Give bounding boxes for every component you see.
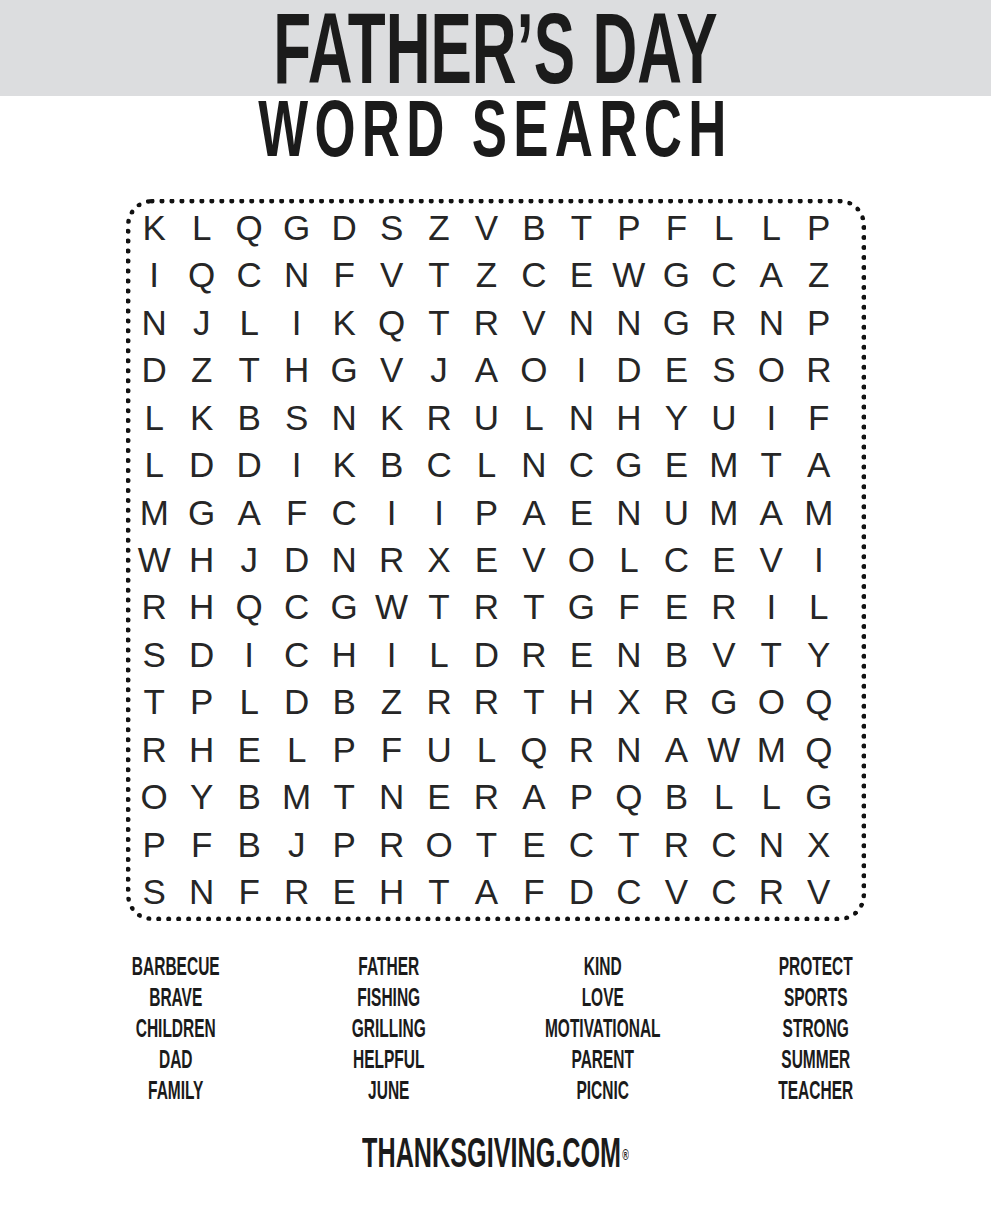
grid-cell: J [415,346,462,393]
grid-cell: D [178,441,225,488]
grid-cell: Q [510,726,557,773]
grid-cell: E [653,346,700,393]
grid-cell: A [510,774,557,821]
grid-cell: B [225,774,272,821]
grid-cell: D [225,441,272,488]
grid-cell: D [273,536,320,583]
grid-cell: V [700,631,747,678]
grid-cell: F [510,869,557,916]
grid-cell: C [415,441,462,488]
grid-cell: I [368,489,415,536]
grid-cell: Z [795,251,842,298]
grid-cell: R [131,584,178,631]
grid-cell: S [700,346,747,393]
grid-cell: V [510,536,557,583]
grid-cell: N [320,394,367,441]
grid-cell: M [795,489,842,536]
grid-cell: B [653,631,700,678]
grid-cell: T [415,869,462,916]
grid-cell: R [700,299,747,346]
grid-cell: W [700,726,747,773]
grid-cell: W [131,536,178,583]
grid-cell: O [415,821,462,868]
grid-cell: B [653,774,700,821]
grid-cell: K [131,204,178,251]
grid-cell: N [558,394,605,441]
grid-cell: I [368,631,415,678]
grid-cell: O [558,536,605,583]
grid-cell: N [178,869,225,916]
grid-cell: R [131,726,178,773]
grid-cell: O [748,346,795,393]
grid-cell: H [558,679,605,726]
grid-cell: L [131,441,178,488]
grid-cell: F [368,726,415,773]
grid-cell: M [131,489,178,536]
grid-cell: N [605,299,652,346]
word-list-item: JUNE [323,1075,455,1106]
grid-cell: D [605,346,652,393]
grid-cell: F [795,394,842,441]
grid-cell: P [605,204,652,251]
brand-text: THANKSGIVING.COM [362,1129,621,1176]
grid-cell: E [415,774,462,821]
grid-cell: T [510,584,557,631]
grid-cell: L [131,394,178,441]
grid-cell: I [273,299,320,346]
grid-cell: H [605,394,652,441]
grid-cell: L [748,204,795,251]
word-list-item: BRAVE [109,982,241,1013]
grid-cell: Y [653,394,700,441]
page-title: FATHER’S DAY [273,0,717,96]
grid-cell: L [463,726,510,773]
grid-cell: F [273,489,320,536]
grid-cell: T [605,821,652,868]
word-list-item: FATHER [323,951,455,982]
grid-cell: L [795,584,842,631]
grid-cell: R [415,679,462,726]
grid-cell: Q [368,299,415,346]
grid-cell: L [463,441,510,488]
grid-cell: C [558,821,605,868]
grid-cell: B [225,821,272,868]
word-list-item: CHILDREN [109,1013,241,1044]
word-list-item: LOVE [536,982,668,1013]
footer: THANKSGIVING.COM® [0,1130,991,1176]
word-list-item: BARBECUE [109,951,241,982]
grid-cell: O [510,346,557,393]
grid-cell: P [131,821,178,868]
grid-cell: L [225,679,272,726]
grid-cell: D [320,204,367,251]
grid-cell: F [178,821,225,868]
grid-cell: M [700,489,747,536]
grid-cell: V [653,869,700,916]
grid-cell: R [653,679,700,726]
grid-cell: G [320,346,367,393]
grid-cell: R [558,726,605,773]
grid-cell: N [273,251,320,298]
grid-cell: R [700,584,747,631]
grid-cell: G [605,441,652,488]
grid-cell: L [510,394,557,441]
grid-cell: R [368,536,415,583]
grid-cell: L [178,204,225,251]
grid-cell: U [415,726,462,773]
grid-cell: C [605,869,652,916]
grid-cell: Q [225,584,272,631]
grid-cell: G [178,489,225,536]
word-list-item: SPORTS [750,982,882,1013]
grid-cell: S [131,869,178,916]
grid-cell: M [273,774,320,821]
word-list-item: KIND [536,951,668,982]
grid-cell: U [463,394,510,441]
grid-cell: V [368,251,415,298]
word-list-item: PROTECT [750,951,882,982]
grid-cell: G [558,584,605,631]
grid-cell: L [273,726,320,773]
grid-cell: I [748,394,795,441]
grid-cell: P [178,679,225,726]
grid-cell: N [748,821,795,868]
grid-cell: P [320,726,367,773]
grid-cell: R [463,679,510,726]
grid-cell: R [795,346,842,393]
grid-cell: U [653,489,700,536]
grid-cell: B [225,394,272,441]
grid-cell: Q [178,251,225,298]
grid-cell: W [368,584,415,631]
grid-cell: Q [225,204,272,251]
grid-cell: N [131,299,178,346]
grid-cell: H [368,869,415,916]
grid-cell: O [131,774,178,821]
grid-cell: P [558,774,605,821]
grid-cell: N [748,299,795,346]
grid-cell: D [131,346,178,393]
grid-cell: N [605,631,652,678]
grid-cell: Q [795,726,842,773]
grid-cell: L [748,774,795,821]
grid-cell: A [225,489,272,536]
grid-cell: K [368,394,415,441]
grid-cell: C [700,869,747,916]
grid-cell: T [131,679,178,726]
grid-cell: B [510,204,557,251]
grid-cell: Y [178,774,225,821]
grid-cell: I [415,489,462,536]
brand-logo: THANKSGIVING.COM® [198,1130,793,1176]
grid-cell: H [178,536,225,583]
word-list-column: FATHERFISHINGGRILLINGHELPFULJUNE [282,951,496,1106]
grid-cell: X [415,536,462,583]
grid-cell: L [605,536,652,583]
grid-cell: Z [178,346,225,393]
grid-cell: V [463,204,510,251]
grid-cell: A [795,441,842,488]
grid-cell: I [558,346,605,393]
grid-cell: A [510,489,557,536]
grid-cell: W [605,251,652,298]
worksheet-page: FATHER’S DAY WORD SEARCH KLQGDSZVBTPFLLP… [0,0,991,1231]
grid-cell: F [320,251,367,298]
grid-cell: G [320,584,367,631]
grid-cell: I [795,536,842,583]
grid-cell: S [273,394,320,441]
grid-cell: T [415,251,462,298]
grid-cell: E [653,441,700,488]
grid-cell: P [795,204,842,251]
grid-cell: E [700,536,747,583]
grid-cell: N [605,489,652,536]
grid-cell: J [225,536,272,583]
grid-cell: C [273,584,320,631]
grid-cell: R [463,299,510,346]
grid-cell: Z [415,204,462,251]
grid-cell: R [273,869,320,916]
word-list-item: MOTIVATIONAL [536,1013,668,1044]
grid-cell: R [463,584,510,631]
grid-cell: M [748,726,795,773]
grid-cell: E [510,821,557,868]
grid-cell: T [320,774,367,821]
grid-cell: F [225,869,272,916]
grid-cell: C [225,251,272,298]
grid-cell: C [510,251,557,298]
word-list-item: STRONG [750,1013,882,1044]
grid-cell: I [748,584,795,631]
grid-cell: C [558,441,605,488]
grid-cell: Q [795,679,842,726]
word-list-item: FAMILY [109,1075,241,1106]
word-list-item: DAD [109,1044,241,1075]
grid-cell: H [178,726,225,773]
grid-cell: C [653,536,700,583]
word-list-item: GRILLING [323,1013,455,1044]
grid-cell: N [510,441,557,488]
grid-cell: X [795,821,842,868]
grid-cell: N [558,299,605,346]
grid-cell: E [653,584,700,631]
word-search-grid: KLQGDSZVBTPFLLPIQCNFVTZCEWGCAZNJLIKQTRVN… [126,199,866,921]
grid-cell: T [415,299,462,346]
grid-cell: N [368,774,415,821]
grid-cell: G [653,251,700,298]
grid-cell: L [700,204,747,251]
grid-cell: N [605,726,652,773]
grid-cell: R [463,774,510,821]
word-list-item: PARENT [536,1044,668,1075]
grid-cell: G [700,679,747,726]
grid-cell: D [558,869,605,916]
grid-cell: M [700,441,747,488]
grid-cell: R [368,821,415,868]
grid-cell: X [605,679,652,726]
grid-cell: S [368,204,415,251]
grid-cell: C [273,631,320,678]
grid-cell: E [558,251,605,298]
grid-cell: Y [795,631,842,678]
grid-cell: V [510,299,557,346]
grid-cell: G [653,299,700,346]
grid-cell: T [748,441,795,488]
grid-cell: U [700,394,747,441]
grid-cell: I [273,441,320,488]
grid-cell: R [415,394,462,441]
grid-cell: C [700,821,747,868]
grid-cell: T [463,821,510,868]
word-list-column: PROTECTSPORTSSTRONGSUMMERTEACHER [709,951,923,1106]
word-list-item: FISHING [323,982,455,1013]
page-subtitle: WORD SEARCH [168,98,822,160]
grid-cell: T [558,204,605,251]
grid-cell: D [273,679,320,726]
grid-cell: T [225,346,272,393]
grid-cell: S [131,631,178,678]
grid-cell: K [320,441,367,488]
grid-cell: E [320,869,367,916]
grid-cell: O [748,679,795,726]
grid-cell: A [748,489,795,536]
grid-cell: E [463,536,510,583]
grid-cell: J [273,821,320,868]
grid-cell: A [748,251,795,298]
grid-cell: Q [605,774,652,821]
word-list-item: HELPFUL [323,1044,455,1075]
header-band: FATHER’S DAY [0,0,991,96]
grid-cell: I [225,631,272,678]
grid-cell: R [748,869,795,916]
grid-cell: Z [368,679,415,726]
grid-cell: A [463,346,510,393]
grid-cell: L [415,631,462,678]
grid-cell: G [273,204,320,251]
grid-cell: V [748,536,795,583]
grid-cell: Z [463,251,510,298]
grid-cell: F [605,584,652,631]
grid-cell: E [558,489,605,536]
grid-cell: P [795,299,842,346]
grid-cell: K [178,394,225,441]
grid-cell: A [653,726,700,773]
grid-cell: C [700,251,747,298]
grid-cell: A [463,869,510,916]
grid-cell: B [320,679,367,726]
grid-cell: K [320,299,367,346]
grid-cell: H [273,346,320,393]
grid-cell: T [510,679,557,726]
grid-cell: L [225,299,272,346]
word-list-item: PICNIC [536,1075,668,1106]
grid-cell: L [700,774,747,821]
grid-cell: E [558,631,605,678]
grid-cell: V [368,346,415,393]
grid-cell: R [510,631,557,678]
grid-cell: G [795,774,842,821]
grid-cell: D [463,631,510,678]
grid-cell: D [178,631,225,678]
grid-cell: N [320,536,367,583]
grid-cell: H [320,631,367,678]
grid-cell: T [748,631,795,678]
grid-cell: P [320,821,367,868]
grid-cell: V [795,869,842,916]
grid-cell: B [368,441,415,488]
grid-cell: T [415,584,462,631]
registered-trademark-icon: ® [622,1146,629,1163]
word-list-column: KINDLOVEMOTIVATIONALPARENTPICNIC [496,951,710,1106]
word-list: BARBECUEBRAVECHILDRENDADFAMILYFATHERFISH… [69,951,923,1106]
grid-cell: I [131,251,178,298]
grid-cell: P [463,489,510,536]
word-list-column: BARBECUEBRAVECHILDRENDADFAMILY [69,951,283,1106]
word-list-item: TEACHER [750,1075,882,1106]
grid-cell: R [653,821,700,868]
grid-cell: E [225,726,272,773]
grid-cell: C [320,489,367,536]
word-list-item: SUMMER [750,1044,882,1075]
grid-cell: H [178,584,225,631]
grid-cell: J [178,299,225,346]
grid-cell: F [653,204,700,251]
